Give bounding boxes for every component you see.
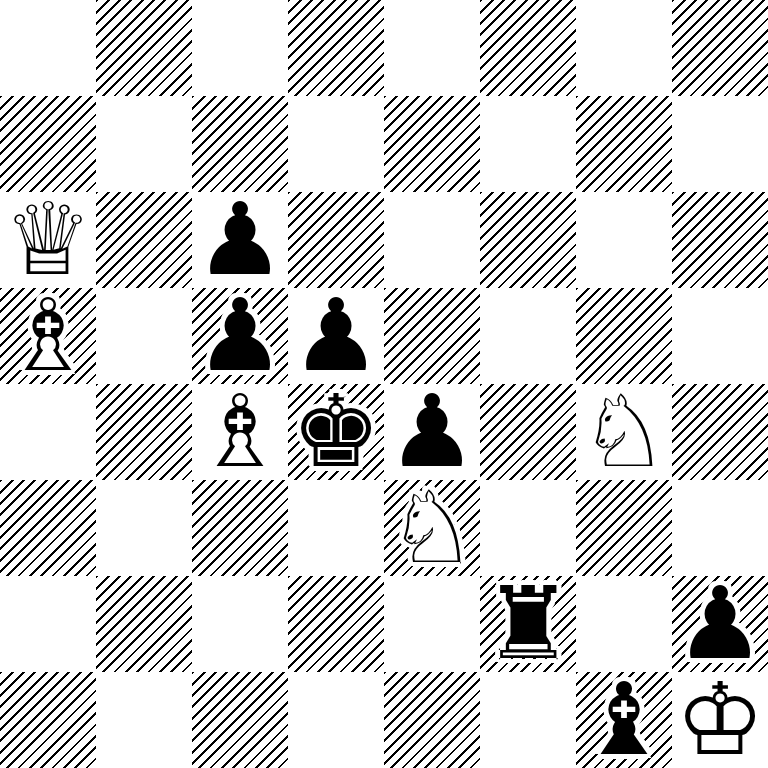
square-f5[interactable] xyxy=(480,288,576,384)
piece-white-knight-g4[interactable]: ♘ xyxy=(576,384,672,480)
piece-black-pawn-c6[interactable]: ♟ xyxy=(192,192,288,288)
square-c5[interactable]: ♟♟ xyxy=(192,288,288,384)
square-b5[interactable] xyxy=(96,288,192,384)
square-b8[interactable] xyxy=(96,0,192,96)
square-f2[interactable]: ♜♜ xyxy=(480,576,576,672)
square-a6[interactable]: ♛♕ xyxy=(0,192,96,288)
piece-black-pawn-c5[interactable]: ♟ xyxy=(192,288,288,384)
square-d2[interactable] xyxy=(288,576,384,672)
square-g5[interactable] xyxy=(576,288,672,384)
piece-black-pawn-e4[interactable]: ♟ xyxy=(384,384,480,480)
square-c8[interactable] xyxy=(192,0,288,96)
square-a7[interactable] xyxy=(0,96,96,192)
square-b6[interactable] xyxy=(96,192,192,288)
square-a8[interactable] xyxy=(0,0,96,96)
piece-black-pawn-h2[interactable]: ♟ xyxy=(672,576,768,672)
square-e1[interactable] xyxy=(384,672,480,768)
square-b4[interactable] xyxy=(96,384,192,480)
square-d1[interactable] xyxy=(288,672,384,768)
square-h3[interactable] xyxy=(672,480,768,576)
chessboard-diagram: ♛♕♟♟♝♗♟♟♟♟♝♗♚♚♟♟♞♘♞♘♜♜♟♟♝♝♚♔ xyxy=(0,0,768,768)
piece-white-king-h1[interactable]: ♔ xyxy=(672,672,768,768)
piece-black-bishop-g1[interactable]: ♝ xyxy=(576,672,672,768)
square-d6[interactable] xyxy=(288,192,384,288)
square-h4[interactable] xyxy=(672,384,768,480)
square-c2[interactable] xyxy=(192,576,288,672)
square-e6[interactable] xyxy=(384,192,480,288)
square-d4[interactable]: ♚♚ xyxy=(288,384,384,480)
square-d5[interactable]: ♟♟ xyxy=(288,288,384,384)
square-g7[interactable] xyxy=(576,96,672,192)
square-h5[interactable] xyxy=(672,288,768,384)
square-h7[interactable] xyxy=(672,96,768,192)
square-h8[interactable] xyxy=(672,0,768,96)
square-a1[interactable] xyxy=(0,672,96,768)
square-g4[interactable]: ♞♘ xyxy=(576,384,672,480)
square-c6[interactable]: ♟♟ xyxy=(192,192,288,288)
square-e2[interactable] xyxy=(384,576,480,672)
square-f3[interactable] xyxy=(480,480,576,576)
square-g3[interactable] xyxy=(576,480,672,576)
square-a5[interactable]: ♝♗ xyxy=(0,288,96,384)
piece-white-bishop-c4[interactable]: ♗ xyxy=(192,384,288,480)
square-e7[interactable] xyxy=(384,96,480,192)
square-e8[interactable] xyxy=(384,0,480,96)
piece-black-pawn-d5[interactable]: ♟ xyxy=(288,288,384,384)
square-b7[interactable] xyxy=(96,96,192,192)
square-f7[interactable] xyxy=(480,96,576,192)
square-e4[interactable]: ♟♟ xyxy=(384,384,480,480)
square-g2[interactable] xyxy=(576,576,672,672)
square-c4[interactable]: ♝♗ xyxy=(192,384,288,480)
square-g6[interactable] xyxy=(576,192,672,288)
square-a4[interactable] xyxy=(0,384,96,480)
square-f8[interactable] xyxy=(480,0,576,96)
piece-white-queen-a6[interactable]: ♕ xyxy=(0,192,96,288)
square-a2[interactable] xyxy=(0,576,96,672)
piece-white-knight-e3[interactable]: ♘ xyxy=(384,480,480,576)
piece-black-king-d4[interactable]: ♚ xyxy=(288,384,384,480)
square-e3[interactable]: ♞♘ xyxy=(384,480,480,576)
square-c3[interactable] xyxy=(192,480,288,576)
chessboard: ♛♕♟♟♝♗♟♟♟♟♝♗♚♚♟♟♞♘♞♘♜♜♟♟♝♝♚♔ xyxy=(0,0,768,768)
square-g8[interactable] xyxy=(576,0,672,96)
square-f1[interactable] xyxy=(480,672,576,768)
square-f4[interactable] xyxy=(480,384,576,480)
piece-black-rook-f2[interactable]: ♜ xyxy=(480,576,576,672)
square-b2[interactable] xyxy=(96,576,192,672)
square-h1[interactable]: ♚♔ xyxy=(672,672,768,768)
square-e5[interactable] xyxy=(384,288,480,384)
square-b3[interactable] xyxy=(96,480,192,576)
square-d7[interactable] xyxy=(288,96,384,192)
square-c1[interactable] xyxy=(192,672,288,768)
square-c7[interactable] xyxy=(192,96,288,192)
square-g1[interactable]: ♝♝ xyxy=(576,672,672,768)
square-b1[interactable] xyxy=(96,672,192,768)
square-a3[interactable] xyxy=(0,480,96,576)
square-d3[interactable] xyxy=(288,480,384,576)
square-f6[interactable] xyxy=(480,192,576,288)
square-h2[interactable]: ♟♟ xyxy=(672,576,768,672)
piece-white-bishop-a5[interactable]: ♗ xyxy=(0,288,96,384)
square-d8[interactable] xyxy=(288,0,384,96)
square-h6[interactable] xyxy=(672,192,768,288)
